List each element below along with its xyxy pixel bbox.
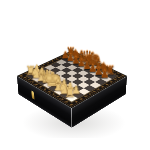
square-d4 bbox=[61, 73, 72, 79]
brass-key-icon bbox=[31, 90, 34, 99]
piece-wR-a1: ♜ bbox=[18, 52, 44, 76]
product-photo-chess-set: ♜♞♝♛♚♝♞♜♟♟♟♟♟♟♟♟♟♟♟♟♟♟♟♟♜♞♝♛♚♝♞♜ bbox=[0, 0, 150, 150]
square-a1: ♜ bbox=[27, 73, 38, 79]
piece-bR-a8: ♜ bbox=[59, 35, 83, 57]
piece-bR-h8: ♜ bbox=[98, 52, 124, 76]
piece-wN-b1: ♞ bbox=[23, 55, 49, 79]
square-d1: ♛ bbox=[43, 82, 55, 88]
chess-case: ♜♞♝♛♚♝♞♜♟♟♟♟♟♟♟♟♟♟♟♟♟♟♟♟♜♞♝♛♚♝♞♜ bbox=[17, 50, 127, 108]
